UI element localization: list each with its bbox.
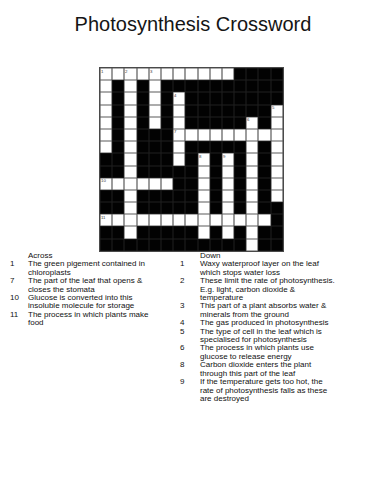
black-cell (198, 92, 210, 104)
black-cell (210, 153, 222, 165)
cell-number: 11 (101, 215, 105, 219)
black-cell (234, 153, 246, 165)
clue-text: The type of cell in the leaf which is sp… (200, 328, 336, 345)
cell-number: 6 (247, 117, 249, 121)
black-cell (198, 117, 210, 129)
white-cell[interactable]: 4 (173, 92, 185, 104)
black-cell (161, 92, 173, 104)
clue: 1The green pigement contained in chlorop… (10, 260, 170, 277)
white-cell[interactable] (246, 214, 258, 226)
black-cell (185, 117, 197, 129)
black-cell (161, 141, 173, 153)
white-cell[interactable]: 11 (100, 214, 112, 226)
white-cell[interactable] (112, 214, 124, 226)
black-cell (185, 166, 197, 178)
clue-text: The green pigement contained in chloropl… (28, 260, 150, 277)
white-cell[interactable] (271, 117, 283, 129)
black-cell (271, 214, 283, 226)
white-cell[interactable] (246, 129, 258, 141)
black-cell (112, 105, 124, 117)
black-cell (124, 239, 136, 251)
white-cell[interactable]: 5 (271, 105, 283, 117)
white-cell[interactable] (149, 214, 161, 226)
black-cell (112, 239, 124, 251)
black-cell (234, 141, 246, 153)
clue-number: 8 (180, 361, 200, 369)
black-cell (112, 129, 124, 141)
cell-number: 10 (101, 178, 106, 182)
black-cell (234, 178, 246, 190)
black-cell (234, 239, 246, 251)
clue-text: This part of a plant absorbs water & min… (200, 302, 336, 319)
white-cell[interactable]: 2 (124, 68, 136, 80)
black-cell (161, 166, 173, 178)
white-cell[interactable] (124, 117, 136, 129)
black-cell (100, 226, 112, 238)
white-cell[interactable]: 7 (173, 129, 185, 141)
black-cell (210, 166, 222, 178)
black-cell (234, 105, 246, 117)
white-cell[interactable] (198, 129, 210, 141)
white-cell[interactable] (198, 68, 210, 80)
clue-number: 3 (180, 302, 200, 310)
white-cell[interactable]: 8 (198, 153, 210, 165)
black-cell (222, 117, 234, 129)
black-cell (112, 153, 124, 165)
black-cell (100, 166, 112, 178)
white-cell[interactable] (271, 153, 283, 165)
down-clue-list: 1Waxy waterproof layer on the leaf which… (180, 260, 380, 403)
white-cell[interactable] (100, 129, 112, 141)
cell-number: 7 (174, 129, 176, 133)
white-cell[interactable] (149, 117, 161, 129)
black-cell (246, 68, 258, 80)
white-cell[interactable]: 9 (222, 153, 234, 165)
black-cell (198, 141, 210, 153)
white-cell[interactable] (137, 214, 149, 226)
white-cell[interactable] (149, 178, 161, 190)
clue-number: 7 (10, 277, 28, 285)
black-cell (112, 141, 124, 153)
down-clues-section: Down 1Waxy waterproof layer on the leaf … (180, 252, 380, 403)
black-cell (149, 166, 161, 178)
black-cell (234, 202, 246, 214)
white-cell[interactable] (185, 214, 197, 226)
white-cell[interactable] (161, 68, 173, 80)
clue-text: The process in which plants make food (28, 311, 150, 328)
cell-number: 2 (125, 69, 127, 73)
black-cell (210, 117, 222, 129)
black-cell (149, 129, 161, 141)
black-cell (185, 178, 197, 190)
clue-text: Carbon dioxide enters the plant through … (200, 361, 336, 378)
black-cell (198, 80, 210, 92)
white-cell[interactable] (173, 105, 185, 117)
white-cell[interactable] (173, 68, 185, 80)
clue-number: 6 (180, 344, 200, 352)
clue-text: If the temperature gets too hot, the rat… (200, 378, 336, 403)
black-cell (173, 239, 185, 251)
white-cell[interactable] (137, 178, 149, 190)
black-cell (185, 105, 197, 117)
cell-number: 5 (272, 105, 274, 109)
black-cell (173, 80, 185, 92)
white-cell[interactable] (198, 202, 210, 214)
black-cell (137, 239, 149, 251)
black-cell (185, 226, 197, 238)
black-cell (173, 178, 185, 190)
black-cell (149, 153, 161, 165)
black-cell (210, 239, 222, 251)
black-cell (258, 105, 270, 117)
across-clues-section: Across 1The green pigement contained in … (10, 252, 170, 328)
black-cell (185, 202, 197, 214)
black-cell (258, 141, 270, 153)
white-cell[interactable] (210, 68, 222, 80)
white-cell[interactable] (222, 166, 234, 178)
white-cell[interactable] (112, 68, 124, 80)
black-cell (234, 80, 246, 92)
white-cell[interactable] (198, 214, 210, 226)
black-cell (100, 239, 112, 251)
white-cell[interactable]: 10 (100, 178, 112, 190)
black-cell (112, 166, 124, 178)
black-cell (112, 80, 124, 92)
white-cell[interactable] (185, 68, 197, 80)
white-cell[interactable] (100, 80, 112, 92)
white-cell[interactable] (198, 178, 210, 190)
black-cell (210, 105, 222, 117)
black-cell (198, 239, 210, 251)
black-cell (258, 153, 270, 165)
white-cell[interactable] (198, 190, 210, 202)
black-cell (161, 226, 173, 238)
clue-text: These limit the rate of photosynthesis. … (200, 277, 336, 302)
white-cell[interactable] (100, 141, 112, 153)
black-cell (161, 153, 173, 165)
white-cell[interactable] (246, 166, 258, 178)
white-cell[interactable] (246, 239, 258, 251)
clue: 7The part of the leaf that opens & close… (10, 277, 170, 294)
black-cell (149, 190, 161, 202)
black-cell (258, 226, 270, 238)
clue-text: The part of the leaf that opens & closes… (28, 277, 150, 294)
clue-number: 2 (180, 277, 200, 285)
white-cell[interactable] (137, 68, 149, 80)
black-cell (137, 129, 149, 141)
white-cell[interactable] (124, 178, 136, 190)
black-cell (210, 141, 222, 153)
black-cell (185, 239, 197, 251)
black-cell (222, 80, 234, 92)
black-cell (112, 202, 124, 214)
white-cell[interactable] (100, 105, 112, 117)
white-cell[interactable] (173, 117, 185, 129)
black-cell (234, 190, 246, 202)
black-cell (173, 226, 185, 238)
black-cell (234, 92, 246, 104)
white-cell[interactable] (246, 141, 258, 153)
white-cell[interactable] (271, 129, 283, 141)
white-cell[interactable] (222, 129, 234, 141)
black-cell (100, 190, 112, 202)
white-cell[interactable] (100, 92, 112, 104)
white-cell[interactable] (222, 202, 234, 214)
black-cell (149, 226, 161, 238)
black-cell (185, 153, 197, 165)
black-cell (222, 239, 234, 251)
black-cell (258, 117, 270, 129)
black-cell (112, 190, 124, 202)
black-cell (137, 80, 149, 92)
white-cell[interactable]: 1 (100, 68, 112, 80)
black-cell (137, 92, 149, 104)
black-cell (234, 117, 246, 129)
white-cell[interactable] (210, 214, 222, 226)
white-cell[interactable] (124, 129, 136, 141)
clue: 5The type of cell in the leaf which is s… (180, 328, 380, 345)
black-cell (137, 153, 149, 165)
white-cell[interactable] (124, 214, 136, 226)
black-cell (198, 105, 210, 117)
cell-number: 4 (174, 93, 176, 97)
black-cell (137, 117, 149, 129)
black-cell (137, 141, 149, 153)
black-cell (271, 202, 283, 214)
black-cell (161, 105, 173, 117)
white-cell[interactable] (234, 129, 246, 141)
black-cell (210, 202, 222, 214)
clue: 11The process in which plants make food (10, 311, 170, 328)
across-clue-list: 1The green pigement contained in chlorop… (10, 260, 170, 327)
clue-number: 1 (10, 260, 28, 268)
clue-text: Glucose is converted into this insoluble… (28, 294, 150, 311)
clue: 8Carbon dioxide enters the plant through… (180, 361, 380, 378)
clue: 1Waxy waterproof layer on the leaf which… (180, 260, 380, 277)
black-cell (137, 190, 149, 202)
cell-number: 1 (101, 69, 103, 73)
white-cell[interactable] (271, 178, 283, 190)
black-cell (258, 166, 270, 178)
clue: 10Glucose is converted into this insolub… (10, 294, 170, 311)
black-cell (258, 202, 270, 214)
clue: 9If the temperature gets too hot, the ra… (180, 378, 380, 403)
black-cell (271, 92, 283, 104)
black-cell (210, 226, 222, 238)
white-cell[interactable] (258, 214, 270, 226)
white-cell[interactable] (222, 68, 234, 80)
white-cell[interactable] (112, 178, 124, 190)
black-cell (112, 117, 124, 129)
white-cell[interactable] (124, 153, 136, 165)
white-cell[interactable] (246, 190, 258, 202)
white-cell[interactable]: 3 (149, 68, 161, 80)
black-cell (258, 190, 270, 202)
white-cell[interactable] (149, 80, 161, 92)
white-cell[interactable] (271, 141, 283, 153)
black-cell (210, 190, 222, 202)
white-cell[interactable] (246, 226, 258, 238)
black-cell (100, 153, 112, 165)
white-cell[interactable] (173, 214, 185, 226)
cell-number: 3 (150, 69, 152, 73)
white-cell[interactable] (161, 178, 173, 190)
black-cell (222, 141, 234, 153)
black-cell (185, 141, 197, 153)
black-cell (149, 239, 161, 251)
clue-number: 9 (180, 378, 200, 386)
clue-text: Waxy waterproof layer on the leaf which … (200, 260, 336, 277)
white-cell[interactable] (222, 190, 234, 202)
black-cell (271, 68, 283, 80)
clue-number: 5 (180, 328, 200, 336)
white-cell[interactable] (271, 166, 283, 178)
black-cell (246, 105, 258, 117)
white-cell[interactable] (149, 105, 161, 117)
white-cell[interactable] (161, 214, 173, 226)
white-cell[interactable] (124, 92, 136, 104)
white-cell[interactable] (124, 80, 136, 92)
black-cell (137, 105, 149, 117)
black-cell (137, 166, 149, 178)
black-cell (271, 80, 283, 92)
white-cell[interactable] (124, 190, 136, 202)
white-cell[interactable] (210, 129, 222, 141)
clue: 2These limit the rate of photosynthesis.… (180, 277, 380, 302)
black-cell (258, 92, 270, 104)
black-cell (161, 190, 173, 202)
black-cell (161, 129, 173, 141)
black-cell (258, 178, 270, 190)
black-cell (173, 190, 185, 202)
cell-number: 9 (223, 154, 225, 158)
white-cell[interactable] (173, 141, 185, 153)
white-cell[interactable] (246, 202, 258, 214)
clue: 3This part of a plant absorbs water & mi… (180, 302, 380, 319)
black-cell (149, 202, 161, 214)
black-cell (185, 92, 197, 104)
white-cell[interactable] (246, 153, 258, 165)
black-cell (173, 166, 185, 178)
white-cell[interactable] (198, 226, 210, 238)
black-cell (185, 80, 197, 92)
white-cell[interactable] (246, 178, 258, 190)
white-cell[interactable] (124, 141, 136, 153)
white-cell[interactable] (234, 214, 246, 226)
white-cell[interactable] (222, 226, 234, 238)
black-cell (185, 190, 197, 202)
white-cell[interactable] (100, 117, 112, 129)
white-cell[interactable] (222, 214, 234, 226)
black-cell (161, 202, 173, 214)
black-cell (210, 178, 222, 190)
black-cell (137, 226, 149, 238)
black-cell (246, 92, 258, 104)
cell-number: 8 (199, 154, 201, 158)
white-cell[interactable] (124, 226, 136, 238)
black-cell (149, 141, 161, 153)
black-cell (112, 92, 124, 104)
black-cell (161, 117, 173, 129)
white-cell[interactable] (124, 105, 136, 117)
white-cell[interactable] (149, 92, 161, 104)
white-cell[interactable] (258, 129, 270, 141)
black-cell (234, 68, 246, 80)
black-cell (258, 68, 270, 80)
black-cell (210, 80, 222, 92)
white-cell[interactable]: 6 (246, 117, 258, 129)
crossword-grid: 1234567891011 (100, 68, 283, 251)
black-cell (222, 92, 234, 104)
clue-number: 1 (180, 260, 200, 268)
clue-number: 10 (10, 294, 28, 302)
clue-number: 11 (10, 311, 28, 319)
white-cell[interactable] (173, 153, 185, 165)
black-cell (258, 80, 270, 92)
white-cell[interactable] (222, 178, 234, 190)
white-cell[interactable] (124, 166, 136, 178)
black-cell (161, 80, 173, 92)
black-cell (210, 92, 222, 104)
black-cell (161, 239, 173, 251)
white-cell[interactable] (198, 166, 210, 178)
clue: 6The process in which plants use glucose… (180, 344, 380, 361)
black-cell (173, 202, 185, 214)
black-cell (271, 239, 283, 251)
white-cell[interactable] (185, 129, 197, 141)
black-cell (246, 80, 258, 92)
black-cell (258, 239, 270, 251)
black-cell (112, 226, 124, 238)
page-title: Photosynthesis Crossword (0, 13, 386, 36)
black-cell (234, 226, 246, 238)
black-cell (234, 166, 246, 178)
black-cell (100, 202, 112, 214)
white-cell[interactable] (271, 190, 283, 202)
black-cell (137, 202, 149, 214)
clue-text: The process in which plants use glucose … (200, 344, 336, 361)
black-cell (222, 105, 234, 117)
white-cell[interactable] (124, 202, 136, 214)
black-cell (271, 226, 283, 238)
